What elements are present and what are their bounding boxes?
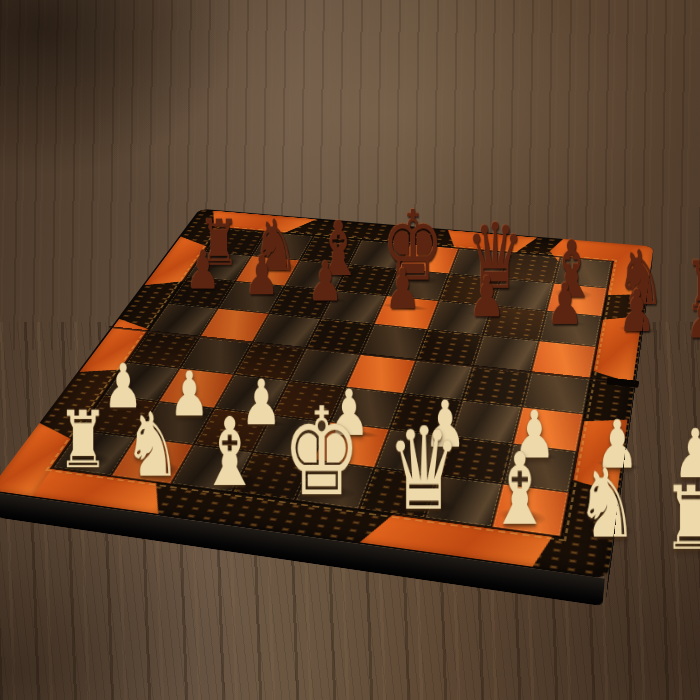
- photo-scene: ♜♞♝♚♛♝♞♜♟♟♟♟♟♟♟♟♟♟♟♟♟♟♟♟♜♞♝♚♛♝♞♜: [0, 0, 700, 700]
- light-rook-piece: ♜: [663, 477, 700, 560]
- square-h3: [513, 407, 584, 452]
- square-c3: [214, 374, 289, 415]
- square-c1: [171, 445, 253, 493]
- square-d1: [232, 452, 313, 500]
- square-f1: [359, 468, 438, 518]
- light-pawn-piece: ♟: [674, 422, 700, 486]
- piece-cell-h6: [670, 338, 700, 369]
- square-f2: [375, 429, 451, 475]
- square-e1: [295, 460, 375, 509]
- piece-cell-h2: ♟: [659, 442, 700, 486]
- square-g3: [451, 400, 523, 444]
- piece-cell-h5: [668, 362, 700, 395]
- chess-board: ♜♞♝♚♛♝♞♜♟♟♟♟♟♟♟♟♟♟♟♟♟♟♟♟♜♞♝♚♛♝♞♜: [0, 209, 654, 579]
- square-b3: [159, 368, 234, 408]
- piece-cell-h4: [665, 387, 700, 422]
- square-f3: [390, 394, 463, 437]
- piece-cell-h3: [662, 414, 700, 451]
- square-d2: [253, 415, 330, 460]
- square-g1: [425, 476, 503, 528]
- piece-cell-h1: ♜: [651, 477, 700, 560]
- square-c2: [193, 408, 271, 452]
- square-h1: [492, 484, 569, 537]
- piece-cell-h8: ♜: [676, 268, 700, 319]
- camera-tilt: ♜♞♝♚♛♝♞♜♟♟♟♟♟♟♟♟♟♟♟♟♟♟♟♟♜♞♝♚♛♝♞♜: [0, 0, 700, 700]
- square-h4: [522, 373, 590, 414]
- square-h2: [503, 444, 577, 492]
- square-b1: [111, 437, 193, 484]
- piece-cell-h7: ♟: [673, 312, 700, 344]
- square-g2: [438, 436, 513, 483]
